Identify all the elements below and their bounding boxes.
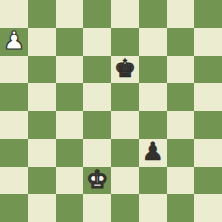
square-a6[interactable] xyxy=(0,56,28,84)
square-g3[interactable] xyxy=(167,139,195,167)
square-a2[interactable] xyxy=(0,167,28,195)
square-e6[interactable]: ♚ xyxy=(111,56,139,84)
square-b5[interactable] xyxy=(28,83,56,111)
square-b2[interactable] xyxy=(28,167,56,195)
square-h7[interactable] xyxy=(194,28,222,56)
square-a7[interactable]: ♟ xyxy=(0,28,28,56)
square-b1[interactable] xyxy=(28,194,56,222)
chess-board: ♟♚♟♚ xyxy=(0,0,222,222)
piece-black-pawn[interactable]: ♟ xyxy=(141,139,163,164)
square-d5[interactable] xyxy=(83,83,111,111)
square-h6[interactable] xyxy=(194,56,222,84)
square-b8[interactable] xyxy=(28,0,56,28)
square-f1[interactable] xyxy=(139,194,167,222)
square-g4[interactable] xyxy=(167,111,195,139)
chess-board-container: ♟♚♟♚ xyxy=(0,0,222,222)
square-b4[interactable] xyxy=(28,111,56,139)
square-d3[interactable] xyxy=(83,139,111,167)
square-c1[interactable] xyxy=(56,194,84,222)
square-g1[interactable] xyxy=(167,194,195,222)
square-g5[interactable] xyxy=(167,83,195,111)
square-a3[interactable] xyxy=(0,139,28,167)
square-e3[interactable] xyxy=(111,139,139,167)
square-h5[interactable] xyxy=(194,83,222,111)
square-h1[interactable] xyxy=(194,194,222,222)
square-e7[interactable] xyxy=(111,28,139,56)
square-g6[interactable] xyxy=(167,56,195,84)
square-e1[interactable] xyxy=(111,194,139,222)
square-d6[interactable] xyxy=(83,56,111,84)
square-f7[interactable] xyxy=(139,28,167,56)
square-e5[interactable] xyxy=(111,83,139,111)
square-c4[interactable] xyxy=(56,111,84,139)
square-f4[interactable] xyxy=(139,111,167,139)
square-c5[interactable] xyxy=(56,83,84,111)
square-g2[interactable] xyxy=(167,167,195,195)
square-c7[interactable] xyxy=(56,28,84,56)
square-g8[interactable] xyxy=(167,0,195,28)
square-a4[interactable] xyxy=(0,111,28,139)
square-c3[interactable] xyxy=(56,139,84,167)
piece-white-pawn[interactable]: ♟ xyxy=(3,28,25,53)
piece-white-king[interactable]: ♚ xyxy=(86,167,108,192)
square-d4[interactable] xyxy=(83,111,111,139)
square-e2[interactable] xyxy=(111,167,139,195)
square-d8[interactable] xyxy=(83,0,111,28)
square-h8[interactable] xyxy=(194,0,222,28)
square-a8[interactable] xyxy=(0,0,28,28)
square-b3[interactable] xyxy=(28,139,56,167)
square-f3[interactable]: ♟ xyxy=(139,139,167,167)
square-d1[interactable] xyxy=(83,194,111,222)
square-d2[interactable]: ♚ xyxy=(83,167,111,195)
square-d7[interactable] xyxy=(83,28,111,56)
square-c6[interactable] xyxy=(56,56,84,84)
square-b7[interactable] xyxy=(28,28,56,56)
square-f6[interactable] xyxy=(139,56,167,84)
square-f5[interactable] xyxy=(139,83,167,111)
square-b6[interactable] xyxy=(28,56,56,84)
square-h2[interactable] xyxy=(194,167,222,195)
square-a5[interactable] xyxy=(0,83,28,111)
square-a1[interactable] xyxy=(0,194,28,222)
square-c8[interactable] xyxy=(56,0,84,28)
square-c2[interactable] xyxy=(56,167,84,195)
square-e4[interactable] xyxy=(111,111,139,139)
square-h4[interactable] xyxy=(194,111,222,139)
square-h3[interactable] xyxy=(194,139,222,167)
square-g7[interactable] xyxy=(167,28,195,56)
square-f8[interactable] xyxy=(139,0,167,28)
piece-black-king[interactable]: ♚ xyxy=(114,56,136,81)
square-f2[interactable] xyxy=(139,167,167,195)
square-e8[interactable] xyxy=(111,0,139,28)
